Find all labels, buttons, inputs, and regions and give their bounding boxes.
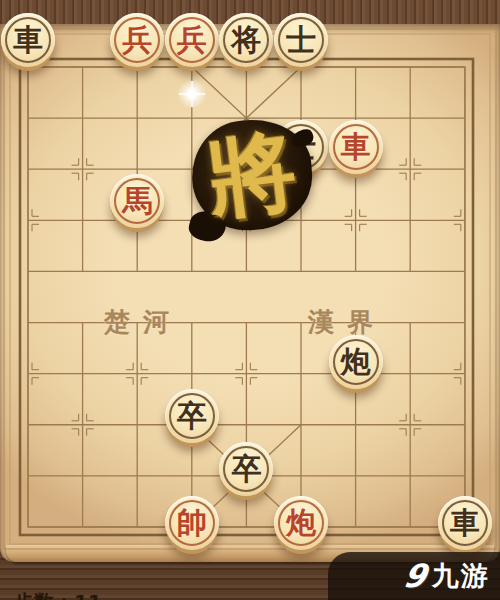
- piece-character: 車: [341, 132, 371, 162]
- piece-red-pawn[interactable]: 兵: [165, 13, 219, 67]
- piece-red-pawn[interactable]: 兵: [110, 13, 164, 67]
- watermark-badge: 9 九游: [328, 552, 500, 600]
- piece-character: 卒: [177, 401, 207, 431]
- river-label-han: 漢界: [308, 305, 386, 340]
- game-screen: 楚河 漢界 車兵兵将士士車馬炮卒卒帥炮車 將 步数：11 9 九游: [0, 0, 500, 600]
- watermark-logo-icon: 9: [400, 557, 429, 595]
- piece-character: 炮: [341, 347, 371, 377]
- piece-character: 車: [450, 508, 480, 538]
- check-stamp-overlay: 將: [188, 116, 315, 234]
- watermark-brand-text: 九游: [432, 558, 490, 594]
- piece-black-pawn[interactable]: 卒: [165, 389, 219, 443]
- piece-black-chariot[interactable]: 車: [438, 496, 492, 550]
- piece-black-general[interactable]: 将: [219, 13, 273, 67]
- piece-red-cannon[interactable]: 炮: [274, 496, 328, 550]
- move-counter-label: 步数：11: [14, 589, 102, 600]
- piece-red-general[interactable]: 帥: [165, 496, 219, 550]
- check-stamp-character: 將: [201, 111, 303, 240]
- piece-character: 帥: [177, 508, 207, 538]
- piece-black-cannon[interactable]: 炮: [329, 335, 383, 389]
- piece-character: 馬: [122, 186, 152, 216]
- piece-character: 士: [286, 25, 316, 55]
- piece-character: 将: [231, 25, 261, 55]
- piece-red-chariot[interactable]: 車: [329, 120, 383, 174]
- piece-character: 車: [13, 25, 43, 55]
- piece-character: 兵: [177, 25, 207, 55]
- piece-red-horse[interactable]: 馬: [110, 174, 164, 228]
- piece-character: 卒: [231, 454, 261, 484]
- piece-black-chariot[interactable]: 車: [1, 13, 55, 67]
- piece-black-advisor[interactable]: 士: [274, 13, 328, 67]
- board-grid: [0, 24, 500, 586]
- piece-character: 兵: [122, 25, 152, 55]
- river-label-chu: 楚河: [104, 305, 182, 340]
- xiangqi-board[interactable]: 楚河 漢界 車兵兵将士士車馬炮卒卒帥炮車 將: [0, 24, 500, 562]
- piece-character: 炮: [286, 508, 316, 538]
- last-move-sparkle-icon: [177, 79, 207, 109]
